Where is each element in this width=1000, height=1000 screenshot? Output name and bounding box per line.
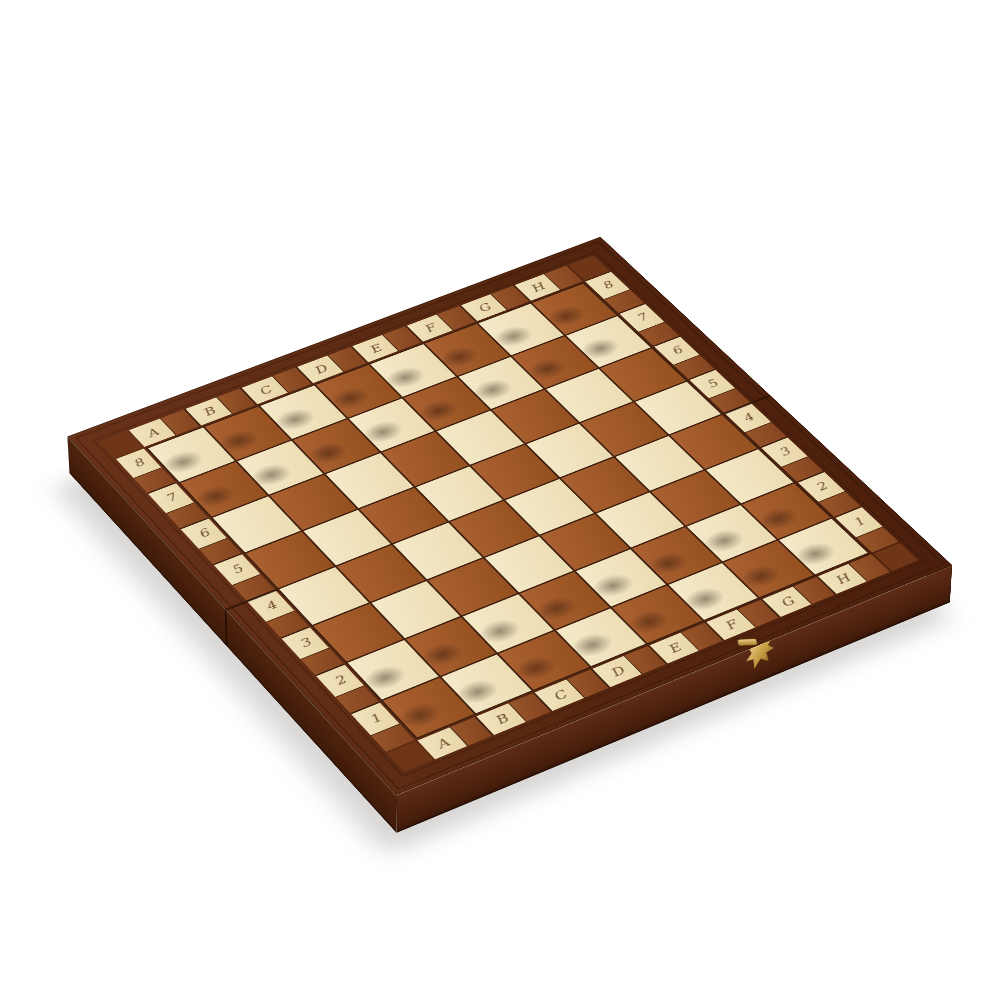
fold-seam-side xyxy=(225,608,228,647)
chess-board-box: ABCDEFGH ABCDEFGH 87654321 87654321 ♜♞♝♛… xyxy=(67,237,952,796)
white-rook-glyph: ♜ xyxy=(366,564,508,723)
photo-canvas: ABCDEFGH ABCDEFGH 87654321 87654321 ♜♞♝♛… xyxy=(0,0,1000,1000)
